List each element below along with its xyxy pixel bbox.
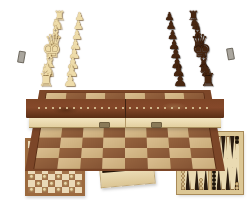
board-square — [81, 148, 104, 158]
checkers-square — [55, 187, 62, 194]
open-chess-board-photo: ♜♟♟♜♞♟♟♞♝♟♟♝♛♟♟♛♚♟♟♚♝♟♟♝♞♟♟♞♜♟♟♜ — [0, 0, 250, 132]
board-square — [80, 158, 103, 169]
board-square — [125, 138, 147, 148]
product-photo-chess-set: ♜♟♟♜♞♟♟♞♝♟♟♝♛♟♟♛♚♟♟♚♝♟♟♝♞♟♟♞♜♟♟♜ — [0, 0, 250, 200]
hinge-icon — [151, 122, 162, 128]
board-square — [147, 158, 170, 169]
checker-piece-light — [63, 181, 68, 186]
backgammon-point-1 — [235, 167, 240, 190]
board-square — [102, 158, 125, 169]
board-square — [190, 148, 213, 158]
board-square — [146, 128, 168, 138]
backgammon-checker-light — [235, 182, 239, 186]
board-square — [58, 148, 81, 158]
checker-piece-light — [69, 174, 74, 179]
board-square — [61, 128, 83, 138]
board-square — [36, 148, 59, 158]
board-square — [125, 128, 146, 138]
checkers-square — [35, 187, 42, 194]
checker-piece-light — [69, 187, 74, 192]
checker-piece-light — [29, 174, 34, 179]
backgammon-point-24 — [235, 136, 240, 159]
board-square — [103, 138, 125, 148]
clasp-right-icon — [226, 47, 235, 60]
board-square — [57, 158, 81, 169]
board-square — [146, 138, 168, 148]
checkers-square — [62, 187, 69, 194]
board-square — [125, 158, 148, 169]
backgammon-checker-light — [235, 186, 239, 190]
board-square — [125, 148, 147, 158]
checker-piece-light — [56, 174, 61, 179]
checker-piece-light — [36, 181, 41, 186]
checker-piece-light — [29, 187, 34, 192]
board-square — [168, 138, 191, 148]
checkers-square — [75, 187, 82, 194]
board-square — [60, 138, 83, 148]
board-square — [39, 128, 62, 138]
board-square — [169, 148, 192, 158]
checkers-square — [28, 187, 35, 194]
board-square — [103, 148, 125, 158]
fold-seam — [125, 99, 126, 118]
board-square — [169, 158, 193, 169]
board-square — [189, 138, 212, 148]
fold-seam-lower — [125, 117, 126, 127]
checkers-square — [42, 187, 49, 194]
checker-piece-light — [49, 181, 54, 186]
checker-piece-light — [42, 174, 47, 179]
board-square — [104, 128, 125, 138]
checkers-square — [48, 187, 55, 194]
board-square — [82, 128, 104, 138]
hinge-icon — [99, 122, 110, 128]
checkers-square — [69, 187, 76, 194]
board-square — [192, 158, 216, 169]
backgammon-checker-dark — [235, 140, 239, 144]
board-square — [38, 138, 61, 148]
chess-board-3d — [25, 6, 225, 102]
board-front-edge — [26, 99, 224, 118]
checker-piece-light — [56, 187, 61, 192]
board-square — [167, 128, 189, 138]
board-square — [188, 128, 211, 138]
board-square — [81, 138, 103, 148]
box-side-panel — [29, 117, 221, 128]
checker-piece-light — [42, 187, 47, 192]
board-square — [147, 148, 170, 158]
checker-piece-light — [76, 181, 81, 186]
board-square — [34, 158, 58, 169]
